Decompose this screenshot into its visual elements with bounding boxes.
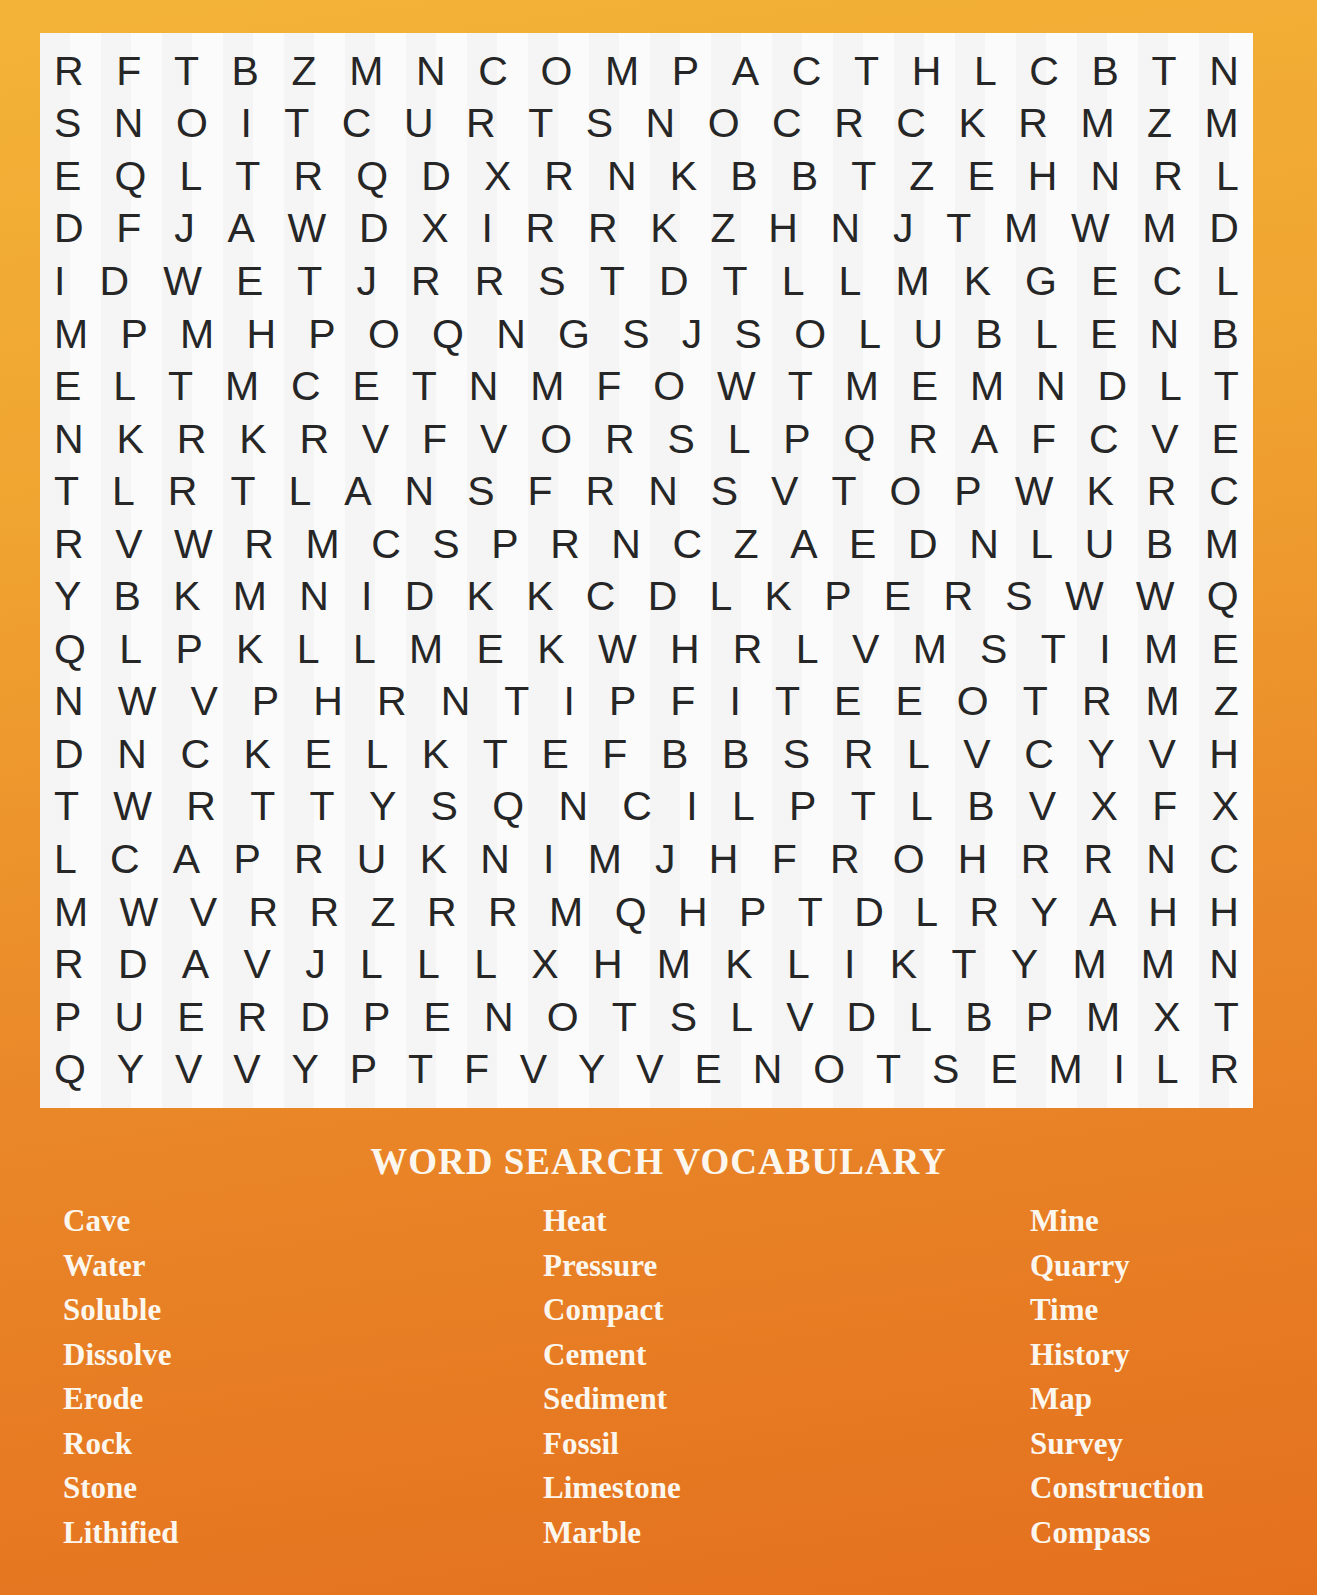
grid-cell-r4c18[interactable]: W (1071, 208, 1110, 249)
grid-cell-r16c12[interactable]: H (709, 839, 739, 880)
grid-cell-r7c5[interactable]: C (291, 366, 321, 407)
grid-cell-r19c5[interactable]: D (300, 997, 330, 1038)
grid-cell-r3c18[interactable]: N (1091, 156, 1121, 197)
grid-cell-r16c13[interactable]: F (772, 839, 797, 880)
grid-cell-r16c20[interactable]: C (1209, 839, 1239, 880)
grid-cell-r10c7[interactable]: S (432, 524, 459, 565)
grid-cell-r12c18[interactable]: I (1099, 629, 1110, 670)
grid-cell-r4c14[interactable]: N (831, 208, 861, 249)
grid-cell-r11c13[interactable]: K (765, 576, 792, 617)
grid-cell-r10c10[interactable]: N (611, 524, 641, 565)
grid-cell-r10c11[interactable]: C (672, 524, 702, 565)
grid-cell-r9c12[interactable]: S (711, 471, 738, 512)
grid-cell-r14c13[interactable]: S (783, 734, 810, 775)
grid-cell-r8c19[interactable]: V (1151, 419, 1178, 460)
grid-cell-r11c17[interactable]: S (1005, 576, 1032, 617)
grid-cell-r4c10[interactable]: R (588, 208, 618, 249)
grid-cell-r9c3[interactable]: R (168, 471, 198, 512)
grid-cell-r19c17[interactable]: P (1026, 997, 1053, 1038)
grid-cell-r2c4[interactable]: I (240, 103, 251, 144)
grid-cell-r20c14[interactable]: O (813, 1049, 845, 1090)
grid-cell-r18c1[interactable]: R (54, 944, 84, 985)
grid-cell-r18c4[interactable]: V (243, 944, 270, 985)
grid-cell-r3c10[interactable]: N (607, 156, 637, 197)
grid-cell-r20c20[interactable]: L (1156, 1049, 1179, 1090)
grid-cell-r17c16[interactable]: R (970, 892, 1000, 933)
grid-cell-r19c10[interactable]: T (612, 997, 637, 1038)
grid-cell-r17c15[interactable]: L (915, 892, 938, 933)
grid-cell-r14c17[interactable]: C (1024, 734, 1054, 775)
grid-cell-r2c3[interactable]: O (176, 103, 208, 144)
grid-cell-r17c10[interactable]: Q (615, 892, 647, 933)
grid-cell-r17c20[interactable]: H (1209, 892, 1239, 933)
grid-cell-r10c4[interactable]: R (244, 524, 274, 565)
grid-cell-r2c5[interactable]: T (284, 103, 309, 144)
grid-cell-r3c2[interactable]: Q (114, 156, 146, 197)
grid-cell-r6c20[interactable]: B (1211, 314, 1238, 355)
grid-cell-r10c16[interactable]: N (969, 524, 999, 565)
grid-cell-r12c16[interactable]: S (980, 629, 1007, 670)
grid-cell-r11c18[interactable]: W (1065, 576, 1104, 617)
grid-cell-r8c7[interactable]: F (422, 419, 447, 460)
grid-cell-r12c3[interactable]: P (175, 629, 202, 670)
grid-cell-r7c7[interactable]: T (412, 366, 437, 407)
grid-cell-r1c7[interactable]: N (416, 51, 446, 92)
grid-cell-r15c19[interactable]: F (1152, 786, 1177, 827)
grid-cell-r1c20[interactable]: N (1209, 51, 1239, 92)
grid-cell-r16c2[interactable]: C (110, 839, 140, 880)
grid-cell-r19c1[interactable]: P (54, 997, 81, 1038)
grid-cell-r13c20[interactable]: Z (1214, 681, 1239, 722)
grid-cell-r20c21[interactable]: R (1209, 1049, 1239, 1090)
grid-cell-r18c18[interactable]: M (1072, 944, 1106, 985)
grid-cell-r8c10[interactable]: R (605, 419, 635, 460)
grid-cell-r6c13[interactable]: O (794, 314, 826, 355)
grid-cell-r2c17[interactable]: R (1018, 103, 1048, 144)
grid-cell-r16c3[interactable]: A (173, 839, 200, 880)
grid-cell-r13c8[interactable]: T (504, 681, 529, 722)
grid-cell-r9c6[interactable]: A (344, 471, 371, 512)
grid-cell-r12c15[interactable]: M (913, 629, 947, 670)
grid-cell-r4c5[interactable]: W (288, 208, 327, 249)
grid-cell-r8c1[interactable]: N (54, 419, 84, 460)
grid-cell-r4c13[interactable]: H (768, 208, 798, 249)
grid-cell-r13c1[interactable]: N (54, 681, 84, 722)
grid-cell-r14c18[interactable]: Y (1087, 734, 1114, 775)
grid-cell-r6c19[interactable]: N (1150, 314, 1180, 355)
grid-cell-r14c4[interactable]: K (244, 734, 271, 775)
grid-cell-r1c11[interactable]: P (672, 51, 699, 92)
grid-cell-r5c17[interactable]: G (1025, 261, 1057, 302)
grid-cell-r9c10[interactable]: R (586, 471, 616, 512)
grid-cell-r14c10[interactable]: F (602, 734, 627, 775)
grid-cell-r16c16[interactable]: H (958, 839, 988, 880)
grid-cell-r9c1[interactable]: T (54, 471, 79, 512)
grid-cell-r14c11[interactable]: B (661, 734, 688, 775)
grid-cell-r7c15[interactable]: E (911, 366, 938, 407)
grid-cell-r17c5[interactable]: R (310, 892, 340, 933)
grid-cell-r17c3[interactable]: V (190, 892, 217, 933)
grid-cell-r6c8[interactable]: N (496, 314, 526, 355)
grid-cell-r4c12[interactable]: Z (710, 208, 735, 249)
grid-cell-r9c11[interactable]: N (648, 471, 678, 512)
grid-cell-r6c3[interactable]: M (180, 314, 214, 355)
grid-cell-r13c6[interactable]: R (377, 681, 407, 722)
grid-cell-r3c19[interactable]: R (1153, 156, 1183, 197)
grid-cell-r1c9[interactable]: O (540, 51, 572, 92)
grid-cell-r14c2[interactable]: N (117, 734, 147, 775)
grid-cell-r2c13[interactable]: C (772, 103, 802, 144)
grid-cell-r7c20[interactable]: T (1214, 366, 1239, 407)
grid-cell-r17c1[interactable]: M (54, 892, 88, 933)
grid-cell-r5c19[interactable]: C (1152, 261, 1182, 302)
grid-cell-r3c15[interactable]: Z (909, 156, 934, 197)
grid-cell-r2c2[interactable]: N (114, 103, 144, 144)
grid-cell-r18c8[interactable]: L (474, 944, 497, 985)
grid-cell-r19c20[interactable]: T (1214, 997, 1239, 1038)
grid-cell-r20c6[interactable]: P (350, 1049, 377, 1090)
grid-cell-r1c4[interactable]: B (232, 51, 259, 92)
grid-cell-r12c8[interactable]: E (477, 629, 504, 670)
grid-cell-r12c4[interactable]: K (236, 629, 263, 670)
grid-cell-r15c5[interactable]: T (310, 786, 335, 827)
grid-cell-r15c12[interactable]: L (732, 786, 755, 827)
grid-cell-r11c20[interactable]: Q (1207, 576, 1239, 617)
grid-cell-r15c11[interactable]: I (686, 786, 697, 827)
grid-cell-r10c1[interactable]: R (54, 524, 84, 565)
grid-cell-r2c14[interactable]: R (834, 103, 864, 144)
grid-cell-r13c9[interactable]: I (563, 681, 574, 722)
grid-cell-r7c18[interactable]: D (1098, 366, 1128, 407)
grid-cell-r13c10[interactable]: P (609, 681, 636, 722)
grid-cell-r20c7[interactable]: T (408, 1049, 433, 1090)
grid-cell-r9c19[interactable]: R (1147, 471, 1177, 512)
grid-cell-r10c6[interactable]: C (371, 524, 401, 565)
grid-cell-r9c9[interactable]: F (528, 471, 553, 512)
grid-cell-r7c9[interactable]: M (530, 366, 564, 407)
grid-cell-r15c2[interactable]: W (113, 786, 152, 827)
grid-cell-r3c9[interactable]: R (544, 156, 574, 197)
grid-cell-r6c9[interactable]: G (558, 314, 590, 355)
grid-cell-r15c10[interactable]: C (622, 786, 652, 827)
grid-cell-r10c15[interactable]: D (908, 524, 938, 565)
grid-cell-r10c2[interactable]: V (115, 524, 142, 565)
grid-cell-r8c12[interactable]: L (728, 419, 751, 460)
grid-cell-r10c12[interactable]: Z (734, 524, 759, 565)
grid-cell-r17c7[interactable]: R (427, 892, 457, 933)
grid-cell-r20c2[interactable]: Y (117, 1049, 144, 1090)
grid-cell-r18c6[interactable]: L (360, 944, 383, 985)
grid-cell-r2c19[interactable]: Z (1147, 103, 1172, 144)
grid-cell-r11c16[interactable]: R (943, 576, 973, 617)
grid-cell-r10c8[interactable]: P (491, 524, 518, 565)
grid-cell-r1c3[interactable]: T (174, 51, 199, 92)
grid-cell-r19c18[interactable]: M (1086, 997, 1120, 1038)
grid-cell-r17c11[interactable]: H (678, 892, 708, 933)
grid-cell-r12c5[interactable]: L (297, 629, 320, 670)
grid-cell-r5c13[interactable]: L (782, 261, 805, 302)
grid-cell-r15c6[interactable]: Y (369, 786, 396, 827)
grid-cell-r20c17[interactable]: E (990, 1049, 1017, 1090)
grid-cell-r5c10[interactable]: T (600, 261, 625, 302)
grid-cell-r10c14[interactable]: E (849, 524, 876, 565)
grid-cell-r20c10[interactable]: Y (578, 1049, 605, 1090)
grid-cell-r13c13[interactable]: T (775, 681, 800, 722)
grid-cell-r7c1[interactable]: E (54, 366, 81, 407)
grid-cell-r5c14[interactable]: L (839, 261, 862, 302)
grid-cell-r5c4[interactable]: E (236, 261, 263, 302)
grid-cell-r18c15[interactable]: K (890, 944, 917, 985)
grid-cell-r10c18[interactable]: U (1085, 524, 1115, 565)
grid-cell-r12c20[interactable]: E (1211, 629, 1238, 670)
grid-cell-r7c10[interactable]: F (596, 366, 621, 407)
grid-cell-r1c14[interactable]: T (854, 51, 879, 92)
grid-cell-r8c17[interactable]: F (1031, 419, 1056, 460)
grid-cell-r8c18[interactable]: C (1089, 419, 1119, 460)
grid-cell-r8c2[interactable]: K (116, 419, 143, 460)
grid-cell-r19c2[interactable]: U (114, 997, 144, 1038)
grid-cell-r15c3[interactable]: R (186, 786, 216, 827)
grid-cell-r10c13[interactable]: A (790, 524, 817, 565)
grid-cell-r5c5[interactable]: T (297, 261, 322, 302)
grid-cell-r5c6[interactable]: J (356, 261, 377, 302)
grid-cell-r7c2[interactable]: L (113, 366, 136, 407)
grid-cell-r2c7[interactable]: U (404, 103, 434, 144)
grid-cell-r19c13[interactable]: V (786, 997, 813, 1038)
grid-cell-r3c4[interactable]: T (235, 156, 260, 197)
grid-cell-r9c20[interactable]: C (1209, 471, 1239, 512)
grid-cell-r15c14[interactable]: T (851, 786, 876, 827)
grid-cell-r11c6[interactable]: I (361, 576, 372, 617)
grid-cell-r12c13[interactable]: L (796, 629, 819, 670)
grid-cell-r19c3[interactable]: E (177, 997, 204, 1038)
grid-cell-r13c3[interactable]: V (190, 681, 217, 722)
grid-cell-r11c2[interactable]: B (114, 576, 141, 617)
grid-cell-r8c14[interactable]: Q (844, 419, 876, 460)
grid-cell-r18c16[interactable]: T (951, 944, 976, 985)
grid-cell-r13c18[interactable]: R (1082, 681, 1112, 722)
grid-cell-r18c14[interactable]: I (844, 944, 855, 985)
grid-cell-r9c4[interactable]: T (230, 471, 255, 512)
grid-cell-r19c6[interactable]: P (363, 997, 390, 1038)
grid-cell-r2c15[interactable]: C (896, 103, 926, 144)
grid-cell-r16c14[interactable]: R (830, 839, 860, 880)
grid-cell-r12c19[interactable]: M (1144, 629, 1178, 670)
grid-cell-r11c7[interactable]: D (405, 576, 435, 617)
grid-cell-r5c11[interactable]: D (659, 261, 689, 302)
grid-cell-r20c3[interactable]: V (175, 1049, 202, 1090)
grid-cell-r13c17[interactable]: T (1023, 681, 1048, 722)
grid-cell-r16c7[interactable]: K (420, 839, 447, 880)
grid-cell-r7c12[interactable]: W (717, 366, 756, 407)
grid-cell-r4c1[interactable]: D (54, 208, 84, 249)
grid-cell-r8c20[interactable]: E (1212, 419, 1239, 460)
grid-cell-r3c13[interactable]: B (791, 156, 818, 197)
grid-cell-r9c8[interactable]: S (467, 471, 494, 512)
grid-cell-r4c7[interactable]: X (421, 208, 448, 249)
grid-cell-r9c18[interactable]: K (1086, 471, 1113, 512)
grid-cell-r15c20[interactable]: X (1212, 786, 1239, 827)
grid-cell-r13c14[interactable]: E (834, 681, 861, 722)
grid-cell-r11c14[interactable]: P (824, 576, 851, 617)
grid-cell-r14c7[interactable]: K (422, 734, 449, 775)
grid-cell-r20c12[interactable]: E (695, 1049, 722, 1090)
grid-cell-r9c7[interactable]: N (405, 471, 435, 512)
grid-cell-r17c19[interactable]: H (1148, 892, 1178, 933)
grid-cell-r15c16[interactable]: B (967, 786, 994, 827)
grid-cell-r12c9[interactable]: K (537, 629, 564, 670)
grid-cell-r19c12[interactable]: L (730, 997, 753, 1038)
grid-cell-r14c20[interactable]: H (1209, 734, 1239, 775)
grid-cell-r19c7[interactable]: E (423, 997, 450, 1038)
grid-cell-r16c15[interactable]: O (893, 839, 925, 880)
grid-cell-r12c10[interactable]: W (598, 629, 637, 670)
grid-cell-r18c20[interactable]: N (1209, 944, 1239, 985)
grid-cell-r14c16[interactable]: V (963, 734, 990, 775)
grid-cell-r15c1[interactable]: T (54, 786, 79, 827)
grid-cell-r18c3[interactable]: A (182, 944, 209, 985)
grid-cell-r16c19[interactable]: N (1146, 839, 1176, 880)
grid-cell-r8c4[interactable]: K (239, 419, 266, 460)
grid-cell-r3c14[interactable]: T (851, 156, 876, 197)
grid-cell-r20c15[interactable]: T (876, 1049, 901, 1090)
grid-cell-r6c15[interactable]: U (913, 314, 943, 355)
grid-cell-r1c12[interactable]: A (732, 51, 759, 92)
grid-cell-r17c4[interactable]: R (248, 892, 278, 933)
grid-cell-r13c4[interactable]: P (252, 681, 279, 722)
grid-cell-r9c16[interactable]: P (954, 471, 981, 512)
grid-cell-r8c8[interactable]: V (480, 419, 507, 460)
grid-cell-r13c15[interactable]: E (895, 681, 922, 722)
grid-cell-r3c6[interactable]: Q (356, 156, 388, 197)
grid-cell-r16c17[interactable]: R (1021, 839, 1051, 880)
grid-cell-r11c3[interactable]: K (173, 576, 200, 617)
grid-cell-r7c8[interactable]: N (469, 366, 499, 407)
grid-cell-r13c7[interactable]: N (441, 681, 471, 722)
grid-cell-r4c20[interactable]: D (1209, 208, 1239, 249)
grid-cell-r1c19[interactable]: T (1152, 51, 1177, 92)
grid-cell-r18c10[interactable]: H (593, 944, 623, 985)
grid-cell-r7c19[interactable]: L (1159, 366, 1182, 407)
grid-cell-r18c11[interactable]: M (657, 944, 691, 985)
grid-cell-r8c16[interactable]: A (971, 419, 998, 460)
grid-cell-r19c14[interactable]: D (847, 997, 877, 1038)
grid-cell-r15c13[interactable]: P (789, 786, 816, 827)
grid-cell-r15c17[interactable]: V (1029, 786, 1056, 827)
grid-cell-r5c12[interactable]: T (723, 261, 748, 302)
grid-cell-r5c20[interactable]: L (1216, 261, 1239, 302)
grid-cell-r7c13[interactable]: T (788, 366, 813, 407)
grid-cell-r6c10[interactable]: S (622, 314, 649, 355)
grid-cell-r11c8[interactable]: K (467, 576, 494, 617)
grid-cell-r8c13[interactable]: P (783, 419, 810, 460)
grid-cell-r20c1[interactable]: Q (54, 1049, 86, 1090)
grid-cell-r3c12[interactable]: B (730, 156, 757, 197)
grid-cell-r5c8[interactable]: R (475, 261, 505, 302)
grid-cell-r12c2[interactable]: L (119, 629, 142, 670)
grid-cell-r3c1[interactable]: E (54, 156, 81, 197)
grid-cell-r20c8[interactable]: F (464, 1049, 489, 1090)
grid-cell-r6c4[interactable]: H (246, 314, 276, 355)
grid-cell-r12c11[interactable]: H (670, 629, 700, 670)
grid-cell-r11c12[interactable]: L (710, 576, 733, 617)
grid-cell-r17c12[interactable]: P (739, 892, 766, 933)
grid-cell-r7c11[interactable]: O (653, 366, 685, 407)
grid-cell-r15c7[interactable]: S (431, 786, 458, 827)
grid-cell-r14c3[interactable]: C (180, 734, 210, 775)
grid-cell-r4c3[interactable]: J (174, 208, 195, 249)
grid-cell-r2c10[interactable]: S (586, 103, 613, 144)
grid-cell-r1c8[interactable]: C (478, 51, 508, 92)
grid-cell-r3c17[interactable]: H (1028, 156, 1058, 197)
grid-cell-r17c2[interactable]: W (120, 892, 159, 933)
grid-cell-r14c1[interactable]: D (54, 734, 84, 775)
grid-cell-r5c16[interactable]: K (964, 261, 991, 302)
grid-cell-r7c6[interactable]: E (353, 366, 380, 407)
grid-cell-r8c6[interactable]: V (362, 419, 389, 460)
grid-cell-r20c16[interactable]: S (932, 1049, 959, 1090)
grid-cell-r18c17[interactable]: Y (1011, 944, 1038, 985)
grid-cell-r2c6[interactable]: C (342, 103, 372, 144)
grid-cell-r8c5[interactable]: R (299, 419, 329, 460)
grid-cell-r17c18[interactable]: A (1089, 892, 1116, 933)
grid-cell-r12c17[interactable]: T (1041, 629, 1066, 670)
grid-cell-r4c9[interactable]: R (526, 208, 556, 249)
grid-cell-r14c15[interactable]: L (907, 734, 930, 775)
grid-cell-r12c7[interactable]: M (409, 629, 443, 670)
grid-cell-r17c6[interactable]: Z (371, 892, 396, 933)
grid-cell-r18c5[interactable]: J (305, 944, 326, 985)
grid-cell-r12c14[interactable]: V (852, 629, 879, 670)
grid-cell-r9c14[interactable]: T (831, 471, 856, 512)
grid-cell-r6c1[interactable]: M (54, 314, 88, 355)
grid-cell-r10c20[interactable]: M (1205, 524, 1239, 565)
grid-cell-r16c6[interactable]: U (357, 839, 387, 880)
grid-cell-r20c18[interactable]: M (1048, 1049, 1082, 1090)
grid-cell-r2c9[interactable]: T (528, 103, 553, 144)
grid-cell-r6c12[interactable]: S (735, 314, 762, 355)
grid-cell-r4c16[interactable]: T (946, 208, 971, 249)
grid-cell-r10c9[interactable]: R (550, 524, 580, 565)
grid-cell-r2c8[interactable]: R (466, 103, 496, 144)
grid-cell-r18c12[interactable]: K (725, 944, 752, 985)
grid-cell-r4c6[interactable]: D (359, 208, 389, 249)
grid-cell-r4c4[interactable]: A (227, 208, 254, 249)
grid-cell-r2c12[interactable]: O (708, 103, 740, 144)
grid-cell-r14c6[interactable]: L (365, 734, 388, 775)
grid-cell-r1c10[interactable]: M (605, 51, 639, 92)
grid-cell-r9c17[interactable]: W (1015, 471, 1054, 512)
grid-cell-r5c3[interactable]: W (163, 261, 202, 302)
grid-cell-r20c11[interactable]: V (636, 1049, 663, 1090)
grid-cell-r16c10[interactable]: M (588, 839, 622, 880)
grid-cell-r11c15[interactable]: E (884, 576, 911, 617)
grid-cell-r15c4[interactable]: T (250, 786, 275, 827)
grid-cell-r7c14[interactable]: M (845, 366, 879, 407)
grid-cell-r18c2[interactable]: D (118, 944, 148, 985)
grid-cell-r17c8[interactable]: R (488, 892, 518, 933)
grid-cell-r3c3[interactable]: L (179, 156, 202, 197)
grid-cell-r9c5[interactable]: L (288, 471, 311, 512)
grid-cell-r3c8[interactable]: X (484, 156, 511, 197)
grid-cell-r14c8[interactable]: T (483, 734, 508, 775)
grid-cell-r16c1[interactable]: L (54, 839, 77, 880)
grid-cell-r17c17[interactable]: Y (1031, 892, 1058, 933)
grid-cell-r2c11[interactable]: N (646, 103, 676, 144)
grid-cell-r16c4[interactable]: P (233, 839, 260, 880)
grid-cell-r2c20[interactable]: M (1205, 103, 1239, 144)
grid-cell-r10c19[interactable]: B (1146, 524, 1173, 565)
